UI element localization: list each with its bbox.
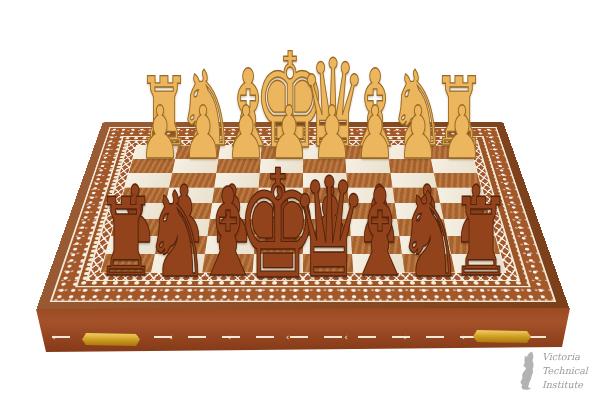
square-e2: [259, 159, 303, 173]
square-d8: [303, 254, 354, 273]
square-a3: [434, 173, 482, 188]
square-h2: [129, 159, 175, 173]
square-b3: [390, 173, 437, 188]
square-b2: [388, 159, 434, 173]
square-d5: [303, 203, 350, 219]
board-border-vine-inlay: [50, 127, 557, 302]
square-b1: [386, 146, 430, 159]
watermark: Victoria Technical Institute: [515, 350, 600, 398]
square-d7: [303, 236, 352, 254]
square-e5: [256, 203, 303, 219]
square-f5: [209, 203, 257, 219]
brass-hinge-left: [82, 333, 140, 346]
square-g1: [175, 146, 219, 159]
square-c7: [351, 236, 402, 254]
square-e3: [258, 173, 303, 188]
square-e7: [254, 236, 303, 254]
square-h4: [120, 187, 169, 202]
square-a2: [431, 159, 477, 173]
square-b4: [392, 187, 440, 202]
square-a4: [437, 187, 486, 202]
square-e6: [255, 219, 303, 236]
square-c6: [350, 219, 399, 236]
square-c2: [346, 159, 391, 173]
square-g6: [159, 219, 209, 236]
square-b7: [399, 236, 451, 254]
square-g5: [163, 203, 212, 219]
square-f3: [214, 173, 260, 188]
square-h7: [106, 236, 159, 254]
square-a5: [440, 203, 490, 219]
square-f2: [216, 159, 261, 173]
square-a1: [428, 146, 473, 159]
square-h1: [133, 146, 178, 159]
square-f4: [212, 187, 259, 202]
square-b8: [402, 254, 455, 273]
square-e1: [260, 146, 303, 159]
square-g4: [166, 187, 214, 202]
square-d3: [303, 173, 348, 188]
square-c3: [347, 173, 393, 188]
square-h8: [101, 254, 156, 273]
square-h3: [125, 173, 173, 188]
watermark-line-2: Technical: [542, 364, 588, 378]
square-a7: [447, 236, 500, 254]
square-g7: [155, 236, 207, 254]
square-f8: [202, 254, 254, 273]
square-g3: [169, 173, 216, 188]
square-e8: [252, 254, 303, 273]
square-f1: [218, 146, 261, 159]
lion-logo-icon: [515, 350, 539, 394]
square-d6: [303, 219, 351, 236]
square-c8: [352, 254, 404, 273]
board-border-diamond-inlay: [75, 136, 531, 287]
chess-board: [36, 122, 570, 310]
chess-set-photo: ‹ ‹ ‹ ‹ ‹ ‹ ‹ ‹ ‹ ‹ ‹ ‹ ♜♞♝♚♛♝♞♜♟♟♟♟♟♟♟♟…: [0, 0, 600, 400]
square-e4: [257, 187, 303, 202]
square-c5: [349, 203, 397, 219]
square-a6: [443, 219, 495, 236]
square-g8: [151, 254, 204, 273]
square-b5: [394, 203, 443, 219]
square-h5: [116, 203, 166, 219]
watermark-text: Victoria Technical Institute: [542, 350, 588, 398]
square-d4: [303, 187, 349, 202]
square-h6: [111, 219, 163, 236]
board-border-chevron-inlay: [86, 140, 521, 281]
square-g2: [172, 159, 218, 173]
watermark-line-3: Institute: [542, 378, 588, 392]
board-box-front: ‹ ‹ ‹ ‹ ‹ ‹ ‹ ‹ ‹ ‹ ‹ ‹: [30, 300, 578, 360]
board-outer-rim: [36, 122, 570, 310]
brass-hinge-right: [473, 330, 531, 343]
board-grid: [100, 145, 507, 273]
square-d2: [303, 159, 347, 173]
square-a8: [451, 254, 506, 273]
square-f7: [204, 236, 255, 254]
square-d1: [303, 146, 346, 159]
square-c1: [345, 146, 388, 159]
watermark-line-1: Victoria: [542, 350, 588, 364]
square-b6: [397, 219, 447, 236]
square-f6: [207, 219, 256, 236]
square-c4: [348, 187, 395, 202]
